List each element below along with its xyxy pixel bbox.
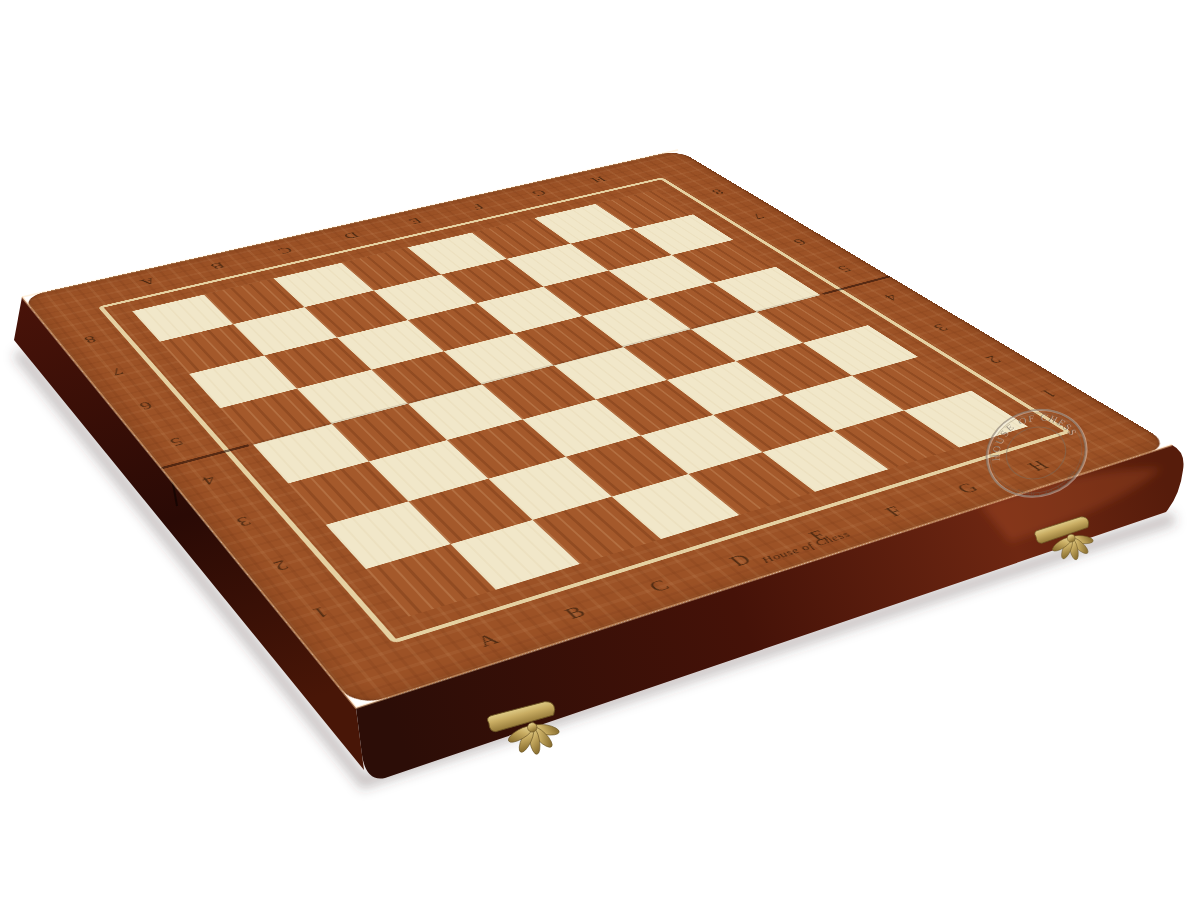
- product-photo-stage: House of Chess AABBCCDDEEFFGGHH887766554…: [0, 0, 1200, 900]
- brass-latch-icon: [1033, 515, 1097, 568]
- brass-latch-icon: [486, 700, 564, 762]
- chess-board: House of Chess AABBCCDDEEFFGGHH887766554…: [22, 150, 1172, 708]
